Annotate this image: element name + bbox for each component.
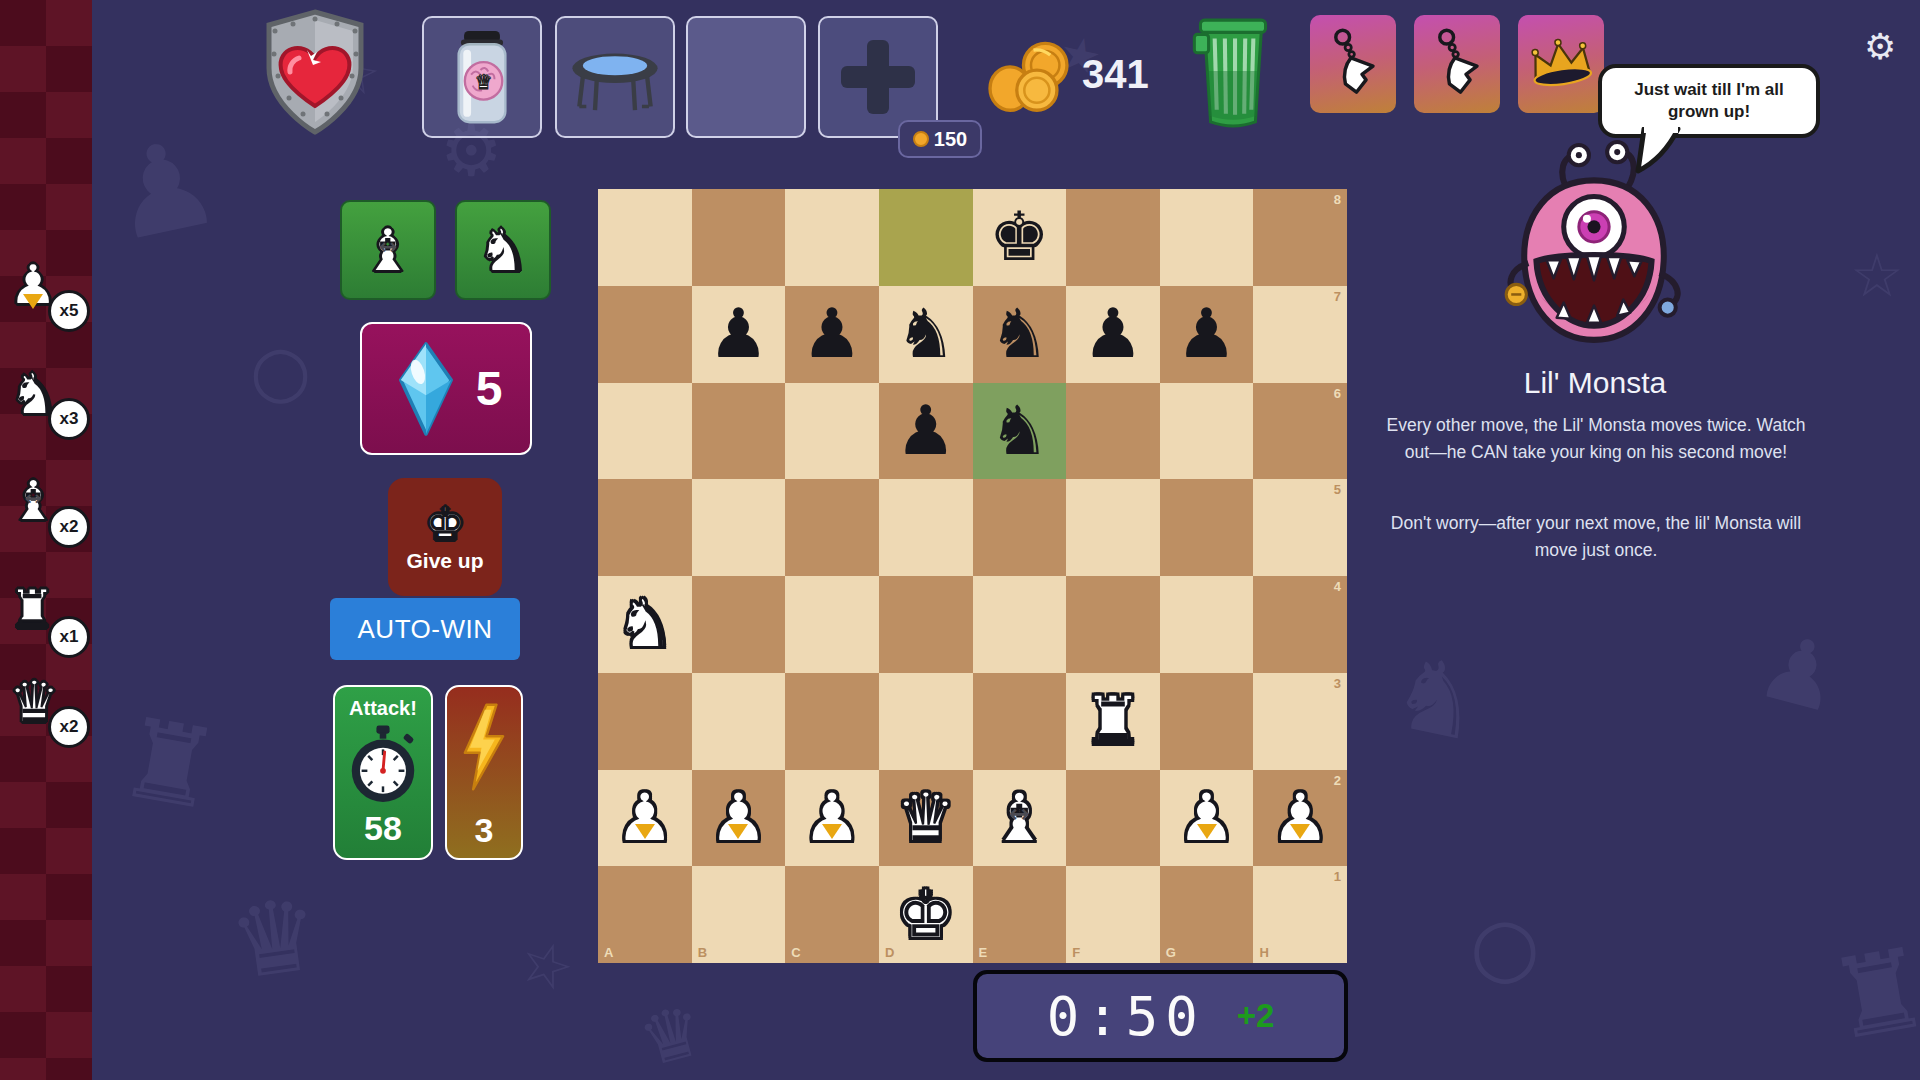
file-label: C xyxy=(791,945,800,960)
file-label: B xyxy=(698,945,707,960)
buy-bishop-button[interactable]: ♝↔ xyxy=(340,200,436,300)
reserve-count-badge: x2 xyxy=(48,506,90,548)
square-h4[interactable]: 4 xyxy=(1253,576,1347,673)
shop-card-crown[interactable] xyxy=(1518,15,1604,113)
coins-count: 341 xyxy=(1082,52,1149,97)
give-up-label: Give up xyxy=(406,549,483,573)
square-h6[interactable]: 6 xyxy=(1253,383,1347,480)
white-pawn[interactable]: ♟ xyxy=(708,784,769,852)
square-d6[interactable]: ♟ xyxy=(879,383,973,480)
square-f6[interactable] xyxy=(1066,383,1160,480)
pawn-gold-collar xyxy=(23,294,43,309)
black-pawn[interactable]: ♟ xyxy=(802,300,863,368)
bishop-arrow-mark: ↔ xyxy=(1009,802,1030,826)
square-g8[interactable] xyxy=(1160,189,1254,286)
gold-crown-icon xyxy=(1521,29,1601,98)
square-d5[interactable] xyxy=(879,479,973,576)
square-g3[interactable] xyxy=(1160,673,1254,770)
reserve-count-badge: x3 xyxy=(48,398,90,440)
white-king-icon: ♚ xyxy=(424,501,465,547)
square-a7[interactable] xyxy=(598,286,692,383)
square-e6[interactable]: ♞ xyxy=(973,383,1067,480)
black-pawn[interactable]: ♟ xyxy=(708,300,769,368)
background-doodle: ○ xyxy=(250,330,311,412)
rank-label: 3 xyxy=(1334,676,1341,691)
square-f4[interactable] xyxy=(1066,576,1160,673)
clock-time: 0:50 xyxy=(1047,985,1205,1048)
auto-win-label: AUTO-WIN xyxy=(358,614,493,645)
pawn-gold-collar xyxy=(822,824,842,839)
gems-count: 5 xyxy=(476,361,503,416)
square-b8[interactable] xyxy=(692,189,786,286)
square-a8[interactable] xyxy=(598,189,692,286)
settings-gear-icon[interactable]: ⚙ xyxy=(1864,26,1896,67)
pawn-gold-collar xyxy=(728,824,748,839)
square-d7[interactable]: ♞ xyxy=(879,286,973,383)
square-b2[interactable]: ♟ xyxy=(692,770,786,867)
square-a6[interactable] xyxy=(598,383,692,480)
square-f8[interactable] xyxy=(1066,189,1160,286)
file-label: A xyxy=(604,945,613,960)
shop-card-keychain-1[interactable] xyxy=(1310,15,1396,113)
trash-button[interactable] xyxy=(1182,12,1284,132)
trampoline-icon xyxy=(567,37,663,117)
square-e8[interactable]: ♚ xyxy=(973,189,1067,286)
rank-label: 5 xyxy=(1334,482,1341,497)
reserve-bishop[interactable]: ♝↔x2 xyxy=(0,468,92,564)
coin-icon xyxy=(913,131,929,147)
background-doodle: ☆ xyxy=(1850,240,1904,310)
chess-board: ♚8♟♟♞♞♟♟7♟♞65♞4♜3♟♟♟♛♝↔♟♟2ABC♚DEFG1H xyxy=(598,189,1347,963)
square-b3[interactable] xyxy=(692,673,786,770)
square-a3[interactable] xyxy=(598,673,692,770)
white-pawn[interactable]: ♟ xyxy=(1270,784,1331,852)
clock-increment: +2 xyxy=(1237,997,1275,1035)
bishop-arrow-mark: ↔ xyxy=(25,486,42,510)
black-knight[interactable]: ♞ xyxy=(989,300,1050,368)
square-a5[interactable] xyxy=(598,479,692,576)
square-a1[interactable]: A xyxy=(598,866,692,963)
health-shield xyxy=(255,6,375,138)
square-f1[interactable]: F xyxy=(1066,866,1160,963)
brain-in-jar-icon: ♛ xyxy=(443,25,521,129)
monsta-description-1: Every other move, the Lil' Monsta moves … xyxy=(1378,412,1814,466)
square-h1[interactable]: 1H xyxy=(1253,866,1347,963)
speech-text: Just wait till I'm all grown up! xyxy=(1612,79,1806,123)
square-h8[interactable]: 8 xyxy=(1253,189,1347,286)
pawn-gold-collar xyxy=(635,824,655,839)
black-pawn[interactable]: ♟ xyxy=(1082,300,1143,368)
file-label: D xyxy=(885,945,894,960)
pawn-gold-collar xyxy=(1197,824,1217,839)
attack-timer-card: Attack! 58 xyxy=(333,685,433,860)
white-pawn[interactable]: ♟ xyxy=(614,784,675,852)
background-doodle: ○ xyxy=(1470,900,1540,993)
black-pawn[interactable]: ♟ xyxy=(895,397,956,465)
white-bishop[interactable]: ♝↔ xyxy=(989,784,1050,852)
white-bishop-icon: ♝↔ xyxy=(361,220,415,280)
background-doodle: ♛ xyxy=(630,988,712,1080)
square-d1[interactable]: ♚D xyxy=(879,866,973,963)
square-e3[interactable] xyxy=(973,673,1067,770)
square-g2[interactable]: ♟ xyxy=(1160,770,1254,867)
square-a4[interactable]: ♞ xyxy=(598,576,692,673)
square-h7[interactable]: 7 xyxy=(1253,286,1347,383)
square-g5[interactable] xyxy=(1160,479,1254,576)
shield-heart-icon xyxy=(255,6,375,138)
file-label: F xyxy=(1072,945,1080,960)
square-c4[interactable] xyxy=(785,576,879,673)
square-h2[interactable]: ♟2 xyxy=(1253,770,1347,867)
square-h5[interactable]: 5 xyxy=(1253,479,1347,576)
black-king[interactable]: ♚ xyxy=(989,203,1050,271)
buy-slot-price: 150 xyxy=(898,120,982,158)
rank-label: 8 xyxy=(1334,192,1341,207)
lightning-icon xyxy=(455,701,513,793)
square-b4[interactable] xyxy=(692,576,786,673)
reserve-knight[interactable]: ♞x3 xyxy=(0,360,92,456)
square-c5[interactable] xyxy=(785,479,879,576)
rank-label: 4 xyxy=(1334,579,1341,594)
svg-text:♛: ♛ xyxy=(474,70,492,94)
rank-label: 2 xyxy=(1334,773,1341,788)
file-label: G xyxy=(1166,945,1176,960)
white-queen[interactable]: ♛ xyxy=(895,784,956,852)
reserve-count-badge: x5 xyxy=(48,290,90,332)
square-d2[interactable]: ♛ xyxy=(879,770,973,867)
auto-win-button[interactable]: AUTO-WIN xyxy=(330,598,520,660)
square-g7[interactable]: ♟ xyxy=(1160,286,1254,383)
shop-card-keychain-2[interactable] xyxy=(1414,15,1500,113)
square-c6[interactable] xyxy=(785,383,879,480)
square-b6[interactable] xyxy=(692,383,786,480)
square-e4[interactable] xyxy=(973,576,1067,673)
square-b7[interactable]: ♟ xyxy=(692,286,786,383)
white-knight[interactable]: ♞ xyxy=(614,590,675,658)
gems-card[interactable]: 5 xyxy=(360,322,532,455)
black-pawn[interactable]: ♟ xyxy=(1176,300,1237,368)
reserve-queen[interactable]: ♛x2 xyxy=(0,668,92,764)
rank-label: 6 xyxy=(1334,386,1341,401)
give-up-button[interactable]: ♚ Give up xyxy=(388,478,502,596)
reserve-count-badge: x1 xyxy=(48,616,90,658)
item-slot-trampoline[interactable] xyxy=(555,16,675,138)
square-c2[interactable]: ♟ xyxy=(785,770,879,867)
reserve-count-badge: x2 xyxy=(48,706,90,748)
coins-icon xyxy=(985,38,1077,118)
buy-knight-button[interactable]: ♞ xyxy=(455,200,551,300)
square-c3[interactable] xyxy=(785,673,879,770)
black-knight[interactable]: ♞ xyxy=(895,300,956,368)
rank-label: 1 xyxy=(1334,869,1341,884)
gem-icon xyxy=(390,337,462,441)
reserve-strip: ♟x5♞x3♝↔x2♜x1♛x2 xyxy=(0,0,92,1080)
square-g4[interactable] xyxy=(1160,576,1254,673)
square-e5[interactable] xyxy=(973,479,1067,576)
background-doodle: ♛ xyxy=(222,874,327,1002)
square-d4[interactable] xyxy=(879,576,973,673)
monsta-name: Lil' Monsta xyxy=(1385,366,1805,400)
monsta-description-2: Don't worry—after your next move, the li… xyxy=(1378,510,1814,564)
background-doodle: ♟ xyxy=(1748,611,1853,733)
square-f7[interactable]: ♟ xyxy=(1066,286,1160,383)
stopwatch-icon xyxy=(346,723,420,807)
white-pawn[interactable]: ♟ xyxy=(802,784,863,852)
square-d8[interactable] xyxy=(879,189,973,286)
pawn-gold-collar xyxy=(1290,824,1310,839)
square-h3[interactable]: 3 xyxy=(1253,673,1347,770)
square-f2[interactable] xyxy=(1066,770,1160,867)
background-doodle: ♜ xyxy=(1820,922,1920,1065)
square-e2[interactable]: ♝↔ xyxy=(973,770,1067,867)
white-rook[interactable]: ♜ xyxy=(1082,687,1143,755)
energy-card: 3 xyxy=(445,685,523,860)
square-f5[interactable] xyxy=(1066,479,1160,576)
game-clock: 0:50 +2 xyxy=(973,970,1348,1062)
plus-icon xyxy=(841,40,915,114)
file-label: H xyxy=(1259,945,1268,960)
trash-icon xyxy=(1182,12,1284,128)
bubble-tail xyxy=(1626,127,1684,175)
reserve-rook[interactable]: ♜x1 xyxy=(0,578,92,674)
square-c1[interactable]: C xyxy=(785,866,879,963)
buy-slot-cost: 150 xyxy=(934,128,967,151)
square-d3[interactable] xyxy=(879,673,973,770)
square-e1[interactable]: E xyxy=(973,866,1067,963)
square-e7[interactable]: ♞ xyxy=(973,286,1067,383)
square-g6[interactable] xyxy=(1160,383,1254,480)
attack-timer-value: 58 xyxy=(364,809,402,848)
reserve-pawn[interactable]: ♟x5 xyxy=(0,252,92,348)
square-f3[interactable]: ♜ xyxy=(1066,673,1160,770)
background-doodle: ☆ xyxy=(511,923,584,1006)
square-c8[interactable] xyxy=(785,189,879,286)
square-a2[interactable]: ♟ xyxy=(598,770,692,867)
square-g1[interactable]: G xyxy=(1160,866,1254,963)
white-knight-icon: ♞ xyxy=(476,220,530,280)
white-king[interactable]: ♚ xyxy=(895,881,956,949)
white-pawn[interactable]: ♟ xyxy=(1176,784,1237,852)
background-doodle: ♜ xyxy=(110,692,229,835)
pawn-keychain-icon xyxy=(1322,25,1384,103)
background-doodle: ♞ xyxy=(1381,632,1493,765)
square-c7[interactable]: ♟ xyxy=(785,286,879,383)
energy-value: 3 xyxy=(475,811,494,850)
square-b5[interactable] xyxy=(692,479,786,576)
background-doodle: ♟ xyxy=(97,110,231,268)
square-b1[interactable]: B xyxy=(692,866,786,963)
black-knight[interactable]: ♞ xyxy=(989,397,1050,465)
file-label: E xyxy=(979,945,988,960)
attack-label: Attack! xyxy=(349,697,417,720)
rank-label: 7 xyxy=(1334,289,1341,304)
item-slot-brain-jar[interactable]: ♛ xyxy=(422,16,542,138)
monsta-speech-bubble: Just wait till I'm all grown up! xyxy=(1598,64,1820,138)
item-slot-empty[interactable] xyxy=(686,16,806,138)
pawn-keychain-icon xyxy=(1426,25,1488,103)
